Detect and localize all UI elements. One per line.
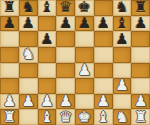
square-c6[interactable]: ♟ <box>38 31 57 47</box>
square-g1[interactable]: ♞ <box>113 109 132 125</box>
white-rook[interactable]: ♜ <box>3 109 16 124</box>
square-c4[interactable] <box>38 63 57 79</box>
black-pawn[interactable]: ♟ <box>96 15 109 30</box>
square-a4[interactable] <box>0 63 19 79</box>
square-a5[interactable] <box>0 47 19 63</box>
square-g3[interactable]: ♟ <box>113 78 132 94</box>
white-knight[interactable]: ♞ <box>21 47 34 62</box>
square-g6[interactable]: ♟ <box>113 31 132 47</box>
chess-app-window: ♜♞♝♛♚♞♜♟♟♟♟♟♝♟♟♟♞♟♟♟♟♟♟♟♟♜♝♛♚♝♞♜ <box>0 0 150 125</box>
square-h5[interactable] <box>131 47 150 63</box>
white-bishop[interactable]: ♝ <box>40 109 53 124</box>
square-f4[interactable] <box>94 63 113 79</box>
square-d7[interactable]: ♟ <box>56 16 75 32</box>
square-d5[interactable] <box>56 47 75 63</box>
white-pawn[interactable]: ♟ <box>115 78 128 93</box>
square-e1[interactable]: ♚ <box>75 109 94 125</box>
square-h7[interactable]: ♟ <box>131 16 150 32</box>
black-pawn[interactable]: ♟ <box>78 15 91 30</box>
square-d6[interactable] <box>56 31 75 47</box>
black-pawn[interactable]: ♟ <box>3 15 16 30</box>
square-b7[interactable]: ♟ <box>19 16 38 32</box>
black-pawn[interactable]: ♟ <box>21 15 34 30</box>
square-a6[interactable] <box>0 31 19 47</box>
square-b2[interactable]: ♟ <box>19 94 38 110</box>
square-h6[interactable] <box>131 31 150 47</box>
white-pawn[interactable]: ♟ <box>78 62 91 77</box>
square-h1[interactable]: ♜ <box>131 109 150 125</box>
square-f7[interactable]: ♟ <box>94 16 113 32</box>
square-e4[interactable]: ♟ <box>75 63 94 79</box>
black-bishop[interactable]: ♝ <box>40 0 53 15</box>
black-pawn[interactable]: ♟ <box>115 31 128 46</box>
white-king[interactable]: ♚ <box>78 109 91 124</box>
square-f6[interactable] <box>94 31 113 47</box>
square-a7[interactable]: ♟ <box>0 16 19 32</box>
square-f1[interactable]: ♝ <box>94 109 113 125</box>
square-f5[interactable] <box>94 47 113 63</box>
white-queen[interactable]: ♛ <box>59 109 72 124</box>
black-pawn[interactable]: ♟ <box>40 31 53 46</box>
square-d4[interactable] <box>56 63 75 79</box>
square-b4[interactable] <box>19 63 38 79</box>
white-rook[interactable]: ♜ <box>134 109 147 124</box>
black-pawn[interactable]: ♟ <box>134 15 147 30</box>
square-c8[interactable]: ♝ <box>38 0 57 16</box>
square-b5[interactable]: ♞ <box>19 47 38 63</box>
black-pawn[interactable]: ♟ <box>59 15 72 30</box>
white-pawn[interactable]: ♟ <box>21 94 34 109</box>
square-g5[interactable] <box>113 47 132 63</box>
square-d1[interactable]: ♛ <box>56 109 75 125</box>
square-c5[interactable] <box>38 47 57 63</box>
square-e3[interactable] <box>75 78 94 94</box>
square-e6[interactable] <box>75 31 94 47</box>
white-knight[interactable]: ♞ <box>115 109 128 124</box>
square-h4[interactable] <box>131 63 150 79</box>
chess-board: ♜♞♝♛♚♞♜♟♟♟♟♟♝♟♟♟♞♟♟♟♟♟♟♟♟♜♝♛♚♝♞♜ <box>0 0 150 125</box>
square-b1[interactable] <box>19 109 38 125</box>
square-a1[interactable]: ♜ <box>0 109 19 125</box>
square-c1[interactable]: ♝ <box>38 109 57 125</box>
white-bishop[interactable]: ♝ <box>96 109 109 124</box>
square-e7[interactable]: ♟ <box>75 16 94 32</box>
